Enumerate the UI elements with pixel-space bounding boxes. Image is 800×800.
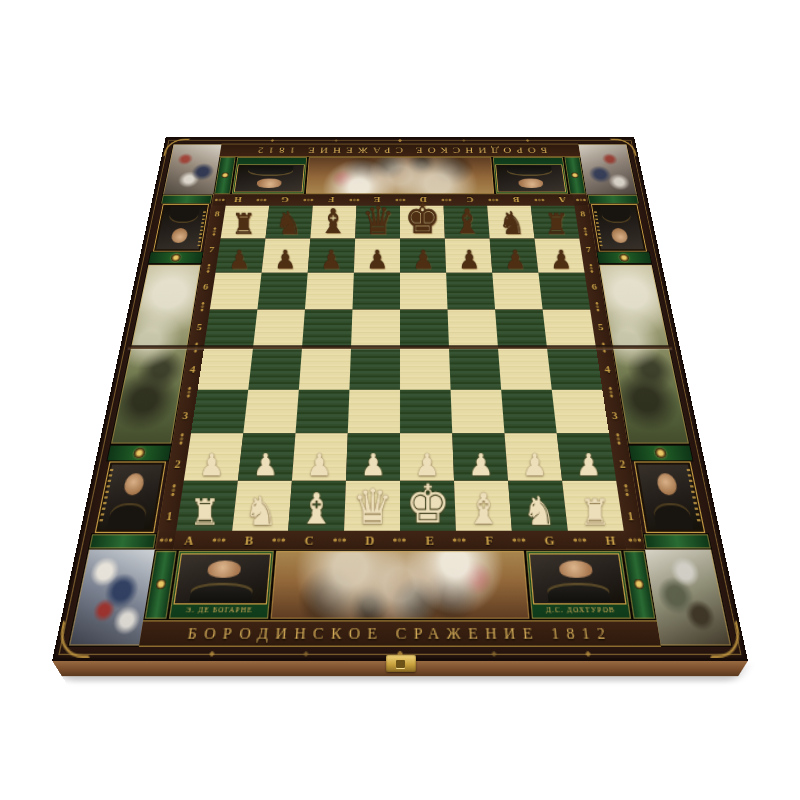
square-b5[interactable] — [253, 309, 305, 348]
rank-label-8: 8 — [580, 210, 586, 218]
portrait-top-left — [495, 165, 566, 193]
side-portrait-upper-right — [591, 204, 647, 251]
coordinate-ornament-icon — [608, 387, 614, 398]
square-f7[interactable]: ♟ — [445, 238, 492, 272]
board-face: БОРОДИНСКОЕ СРАЖЕНИЕ 1812 — [52, 137, 748, 660]
portrait-top-right — [234, 165, 305, 193]
piece-black-bishop-f8[interactable]: ♝ — [453, 206, 482, 238]
portrait-frame: Э. ДЕ БОГАРНЕ — [167, 550, 275, 621]
rank-label-8: 8 — [214, 210, 220, 218]
square-g3[interactable] — [501, 389, 557, 433]
portrait-label — [99, 469, 114, 524]
corner-battle-painting-top-right — [577, 144, 638, 196]
file-label-a: A — [558, 196, 566, 204]
green-cap — [160, 194, 213, 204]
square-c5[interactable] — [302, 309, 352, 348]
square-c4[interactable] — [299, 348, 351, 389]
square-f1[interactable]: ♝ — [454, 480, 512, 530]
piece-black-pawn-a7[interactable]: ♟ — [228, 248, 250, 272]
coordinate-ornament-icon — [512, 538, 525, 543]
saber-ornament-icon — [628, 538, 641, 543]
file-label-c: C — [304, 534, 314, 547]
file-label-d: D — [365, 534, 374, 547]
piece-white-pawn-h2[interactable]: ♟ — [576, 451, 602, 480]
square-c1[interactable]: ♝ — [288, 480, 346, 530]
square-a7[interactable]: ♟ — [215, 238, 265, 272]
square-a5[interactable] — [204, 309, 257, 348]
medallion-strip — [106, 445, 172, 462]
square-g5[interactable] — [495, 309, 547, 348]
file-label-h: H — [234, 196, 243, 204]
square-f4[interactable] — [449, 348, 501, 389]
side-portrait-napoleon — [95, 461, 166, 533]
coordinate-ornament-icon — [573, 538, 586, 543]
piece-white-bishop-f1[interactable]: ♝ — [466, 489, 502, 529]
coordinate-ornament-icon — [534, 199, 544, 202]
file-label-b: B — [244, 534, 254, 547]
coordinate-ornament-icon — [212, 227, 217, 235]
banner-top: БОРОДИНСКОЕ СРАЖЕНИЕ 1812 — [219, 144, 580, 157]
coordinate-ornament-icon — [304, 199, 314, 202]
square-c3[interactable] — [296, 389, 350, 433]
piece-white-pawn-d2[interactable]: ♟ — [360, 451, 386, 480]
file-label-b: B — [513, 196, 520, 204]
coordinate-ornament-icon — [601, 343, 607, 353]
square-e3[interactable] — [400, 389, 452, 433]
coordinate-ornament-icon — [349, 199, 359, 202]
edge-flourish-icon — [240, 139, 559, 143]
square-d7[interactable]: ♟ — [354, 238, 400, 272]
square-d2[interactable]: ♟ — [346, 433, 400, 480]
rank-label-3: 3 — [182, 410, 190, 421]
rank-label-1: 1 — [627, 510, 635, 523]
file-labels-bottom: ABCDEFGH — [173, 531, 626, 550]
portrait-frame: Д.С. ДОХТУРОВ — [525, 550, 633, 621]
battle-painting-top — [305, 157, 495, 195]
piece-black-pawn-h7[interactable]: ♟ — [550, 248, 572, 272]
coordinate-ornament-icon — [193, 343, 199, 353]
file-label-h: H — [605, 534, 617, 547]
portrait-frame — [231, 157, 308, 195]
square-h4[interactable] — [547, 348, 602, 389]
side-portrait-upper-left — [153, 204, 209, 251]
side-portrait-kutuzov — [634, 461, 705, 533]
medallion-strip — [596, 252, 652, 264]
coordinate-ornament-icon — [395, 199, 405, 202]
square-c7[interactable]: ♟ — [308, 238, 355, 272]
square-f2[interactable]: ♟ — [452, 433, 508, 480]
portrait-label-beauharnais: Э. ДЕ БОГАРНЕ — [172, 605, 267, 617]
square-e5[interactable] — [400, 309, 449, 348]
square-b7[interactable]: ♟ — [262, 238, 311, 272]
coordinate-ornament-icon — [206, 264, 211, 273]
rank-label-5: 5 — [196, 322, 203, 332]
square-a4[interactable] — [198, 348, 253, 389]
square-b3[interactable] — [243, 389, 299, 433]
portrait-label — [594, 209, 603, 246]
file-label-e: E — [425, 534, 434, 547]
piece-white-pawn-c2[interactable]: ♟ — [306, 451, 332, 480]
square-b4[interactable] — [248, 348, 302, 389]
portrait-label — [687, 469, 702, 524]
coordinate-ornament-icon — [200, 302, 205, 311]
piece-white-rook-h1[interactable]: ♜ — [580, 495, 611, 530]
square-a6[interactable] — [210, 273, 262, 310]
saber-ornament-icon — [214, 199, 224, 202]
piece-black-rook-a8[interactable]: ♜ — [231, 211, 256, 238]
square-h2[interactable]: ♟ — [557, 433, 616, 480]
file-label-g: G — [544, 534, 555, 547]
coordinate-ornament-icon — [442, 199, 452, 202]
square-h7[interactable]: ♟ — [534, 238, 584, 272]
rank-label-4: 4 — [604, 364, 611, 374]
piece-black-queen-d8[interactable]: ♛ — [361, 202, 394, 238]
file-label-g: G — [281, 196, 289, 204]
green-cap — [642, 533, 712, 550]
play-area: ABCDEFGH 87654321 ♜♞♝♛♚♝♞♜♟♟♟♟♟♟♟♟♟♟♟♟♟♟… — [155, 194, 645, 549]
coordinate-ornament-icon — [595, 302, 600, 311]
rank-label-4: 4 — [189, 364, 196, 374]
square-a3[interactable] — [191, 389, 248, 433]
portrait-frame — [492, 157, 569, 195]
piece-black-pawn-b7[interactable]: ♟ — [274, 248, 296, 272]
coordinate-ornament-icon — [623, 484, 629, 496]
top-pictorial-band — [213, 157, 586, 195]
chess-board-grid: ♜♞♝♛♚♝♞♜♟♟♟♟♟♟♟♟♟♟♟♟♟♟♟♟♜♞♝♛♚♝♞♜ — [176, 206, 624, 531]
coordinate-ornament-icon — [488, 199, 498, 202]
square-d8[interactable]: ♛ — [355, 206, 400, 239]
square-g7[interactable]: ♟ — [490, 238, 539, 272]
square-b6[interactable] — [257, 273, 307, 310]
scene: БОРОДИНСКОЕ СРАЖЕНИЕ 1812 — [120, 51, 680, 645]
square-a2[interactable]: ♟ — [184, 433, 243, 480]
square-c6[interactable] — [305, 273, 354, 310]
rank-label-7: 7 — [585, 245, 591, 253]
coordinate-ornament-icon — [186, 387, 192, 398]
square-e4[interactable] — [400, 348, 451, 389]
square-g4[interactable] — [498, 348, 552, 389]
piece-white-king-e1[interactable]: ♚ — [405, 479, 450, 530]
square-d4[interactable] — [349, 348, 400, 389]
coordinate-ornament-icon — [272, 538, 285, 543]
saber-ornament-icon — [575, 199, 585, 202]
square-a8[interactable]: ♜ — [221, 206, 270, 239]
file-label-f: F — [485, 534, 494, 547]
piece-black-pawn-e7[interactable]: ♟ — [412, 248, 434, 272]
rank-label-7: 7 — [208, 245, 214, 253]
rank-label-5: 5 — [597, 322, 604, 332]
top-border-band: БОРОДИНСКОЕ СРАЖЕНИЕ 1812 — [213, 144, 586, 195]
piece-black-knight-b8[interactable]: ♞ — [275, 208, 302, 238]
battle-painting-borodino — [269, 550, 531, 621]
coordinate-ornament-icon — [213, 538, 226, 543]
coordinate-ornament-icon — [453, 538, 466, 543]
rank-label-6: 6 — [591, 282, 598, 291]
square-h5[interactable] — [543, 309, 596, 348]
square-b1[interactable]: ♞ — [232, 480, 292, 530]
coordinate-ornament-icon — [179, 434, 185, 445]
coordinate-ornament-icon — [256, 199, 266, 202]
piece-white-knight-b1[interactable]: ♞ — [244, 492, 278, 530]
portrait-dokhturov — [529, 553, 627, 604]
piece-white-bishop-c1[interactable]: ♝ — [299, 489, 335, 529]
square-f5[interactable] — [448, 309, 498, 348]
square-f3[interactable] — [451, 389, 505, 433]
bottom-pictorial-band: Э. ДЕ БОГАРНЕ Д.С. ДОХТУРОВ — [143, 550, 657, 621]
piece-white-pawn-a2[interactable]: ♟ — [199, 451, 225, 480]
rank-label-6: 6 — [202, 282, 209, 291]
piece-black-pawn-f7[interactable]: ♟ — [458, 248, 480, 272]
square-e6[interactable] — [400, 273, 448, 310]
square-h6[interactable] — [538, 273, 590, 310]
piece-white-rook-a1[interactable]: ♜ — [190, 495, 221, 530]
piece-white-pawn-f2[interactable]: ♟ — [468, 451, 494, 480]
square-g8[interactable]: ♞ — [487, 206, 534, 239]
piece-black-pawn-g7[interactable]: ♟ — [504, 248, 526, 272]
square-h1[interactable]: ♜ — [562, 480, 624, 530]
piece-white-pawn-g2[interactable]: ♟ — [522, 451, 548, 480]
portrait-beauharnais — [173, 553, 271, 604]
piece-white-knight-g1[interactable]: ♞ — [522, 492, 556, 530]
coordinate-ornament-icon — [333, 538, 346, 543]
square-b2[interactable]: ♟ — [238, 433, 296, 480]
square-g2[interactable]: ♟ — [504, 433, 562, 480]
piece-black-rook-h8[interactable]: ♜ — [544, 211, 569, 238]
square-c8[interactable]: ♝ — [310, 206, 356, 239]
square-c2[interactable]: ♟ — [292, 433, 348, 480]
portrait-label-dokhturov: Д.С. ДОХТУРОВ — [533, 605, 628, 617]
piece-black-bishop-c8[interactable]: ♝ — [319, 206, 348, 238]
board-photo: БОРОДИНСКОЕ СРАЖЕНИЕ 1812 — [0, 0, 800, 800]
coordinate-corner — [573, 194, 589, 205]
square-d3[interactable] — [348, 389, 400, 433]
coordinate-ornament-icon — [583, 227, 588, 235]
rank-label-1: 1 — [165, 510, 173, 523]
green-cap — [88, 533, 158, 550]
piece-black-knight-g8[interactable]: ♞ — [498, 208, 525, 238]
coordinate-ornament-icon — [589, 264, 594, 273]
square-e8[interactable]: ♚ — [400, 206, 445, 239]
saber-ornament-icon — [159, 538, 172, 543]
square-h3[interactable] — [552, 389, 609, 433]
rank-label-3: 3 — [611, 410, 619, 421]
brass-clasp — [386, 655, 416, 672]
medallion-strip — [628, 445, 694, 462]
square-e7[interactable]: ♟ — [400, 238, 446, 272]
square-d6[interactable] — [352, 273, 400, 310]
rank-label-2: 2 — [618, 458, 626, 470]
green-cap — [587, 194, 640, 204]
square-f8[interactable]: ♝ — [444, 206, 490, 239]
piece-black-king-e8[interactable]: ♚ — [404, 198, 440, 238]
piece-white-pawn-b2[interactable]: ♟ — [253, 451, 279, 480]
coordinate-ornament-icon — [170, 484, 176, 496]
square-d1[interactable]: ♛ — [344, 480, 400, 530]
folding-chess-board: БОРОДИНСКОЕ СРАЖЕНИЕ 1812 — [52, 137, 748, 660]
piece-white-queen-d1[interactable]: ♛ — [352, 484, 393, 530]
square-f6[interactable] — [446, 273, 495, 310]
square-d5[interactable] — [351, 309, 400, 348]
coordinate-ornament-icon — [394, 538, 407, 543]
square-a1[interactable]: ♜ — [176, 480, 238, 530]
bottom-border-band: Э. ДЕ БОГАРНЕ Д.С. ДОХТУРОВ БОРОДИНСКОЕ … — [139, 550, 661, 647]
banner-bottom: БОРОДИНСКОЕ СРАЖЕНИЕ 1812 — [139, 620, 661, 647]
square-e1[interactable]: ♚ — [400, 480, 456, 530]
square-g6[interactable] — [492, 273, 542, 310]
medallion-strip — [148, 252, 204, 264]
file-label-a: A — [183, 534, 194, 547]
piece-black-pawn-d7[interactable]: ♟ — [366, 248, 388, 272]
piece-black-pawn-c7[interactable]: ♟ — [320, 248, 342, 272]
coordinate-ornament-icon — [615, 434, 621, 445]
square-h8[interactable]: ♜ — [531, 206, 580, 239]
rank-label-2: 2 — [174, 458, 182, 470]
square-g1[interactable]: ♞ — [508, 480, 568, 530]
square-b8[interactable]: ♞ — [266, 206, 313, 239]
